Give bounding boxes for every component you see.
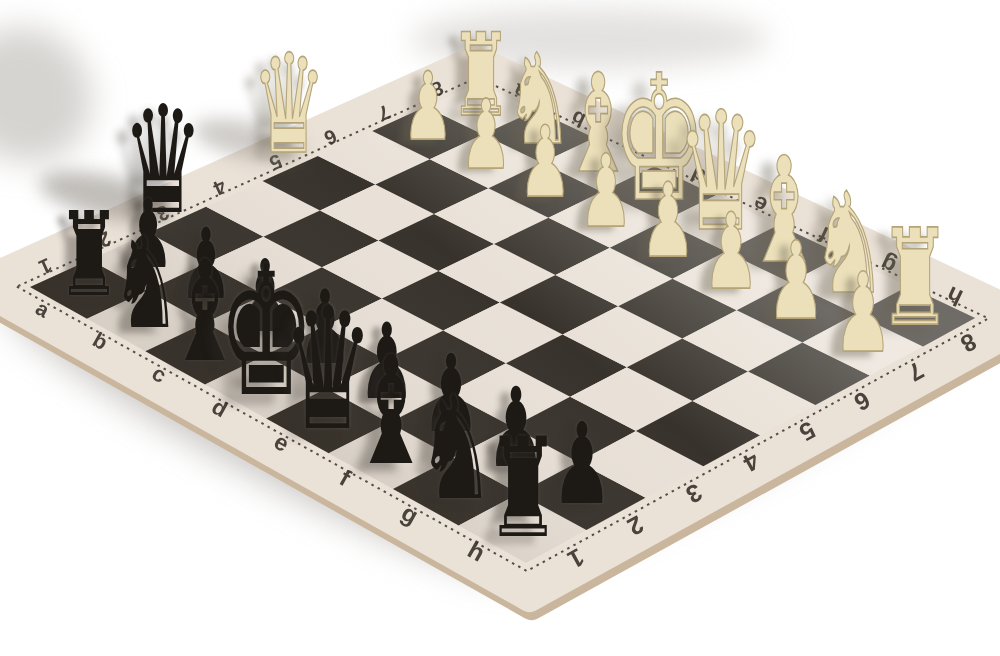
roll-up-chessboard: aabbccddeeffgghh1122334455667788 [0, 0, 1000, 656]
board-depth-haze [30, 83, 975, 563]
chess-set-photo: aabbccddeeffgghh1122334455667788 ♜♞♝♚♛♝♞… [0, 0, 1000, 656]
